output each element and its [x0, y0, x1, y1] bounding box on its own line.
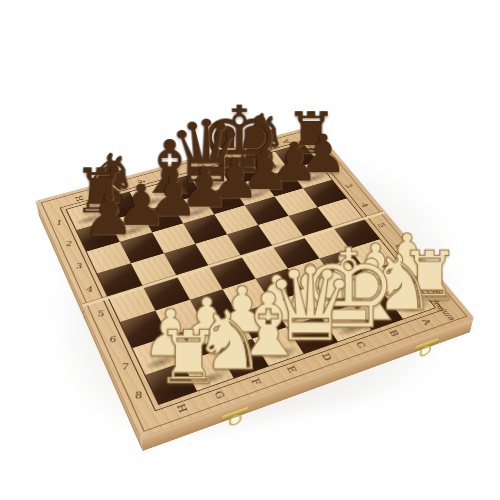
rank-label: 1: [49, 211, 69, 234]
rank-label: 7: [114, 351, 135, 382]
rank-label: 6: [102, 325, 123, 354]
rank-label: 3: [69, 253, 90, 278]
rank-label: 5: [90, 300, 111, 327]
rook-glyph: ♜: [155, 321, 195, 395]
rank-label: 2: [59, 232, 79, 256]
rank-label: 4: [79, 276, 100, 302]
photo-scene: HGFEDCBA HGFEDCBA 12345678 12345678 Jeuj…: [0, 0, 500, 500]
rank-label: 8: [128, 379, 150, 411]
